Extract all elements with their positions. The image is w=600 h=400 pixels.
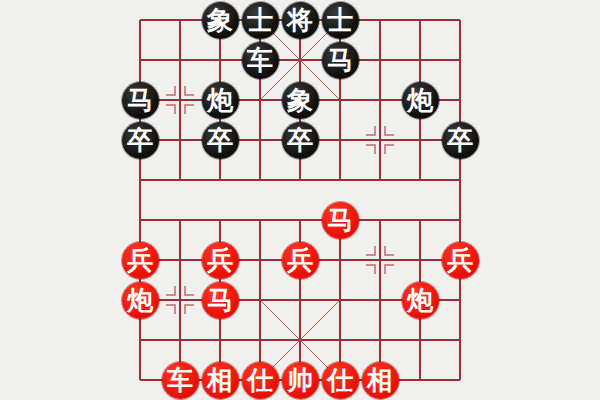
piece-black-cannon[interactable]: 炮 — [202, 82, 239, 119]
xiangqi-board-diagram: 象士将士车马马炮象炮卒卒卒卒马兵兵兵兵炮马炮车相仕帅仕相 — [0, 0, 600, 400]
piece-black-general[interactable]: 将 — [282, 2, 319, 39]
piece-black-advisor[interactable]: 士 — [322, 2, 359, 39]
piece-red-elephant[interactable]: 相 — [362, 362, 399, 399]
piece-red-soldier[interactable]: 兵 — [202, 242, 239, 279]
piece-black-soldier[interactable]: 卒 — [442, 122, 479, 159]
piece-black-soldier[interactable]: 卒 — [202, 122, 239, 159]
piece-black-advisor[interactable]: 士 — [242, 2, 279, 39]
piece-red-elephant[interactable]: 相 — [202, 362, 239, 399]
piece-red-soldier[interactable]: 兵 — [122, 242, 159, 279]
piece-red-advisor[interactable]: 仕 — [322, 362, 359, 399]
piece-black-horse[interactable]: 马 — [122, 82, 159, 119]
piece-red-cannon[interactable]: 炮 — [122, 282, 159, 319]
piece-red-horse[interactable]: 马 — [322, 202, 359, 239]
pieces-layer: 象士将士车马马炮象炮卒卒卒卒马兵兵兵兵炮马炮车相仕帅仕相 — [0, 0, 600, 400]
piece-red-advisor[interactable]: 仕 — [242, 362, 279, 399]
piece-red-soldier[interactable]: 兵 — [282, 242, 319, 279]
piece-black-soldier[interactable]: 卒 — [282, 122, 319, 159]
piece-black-soldier[interactable]: 卒 — [122, 122, 159, 159]
piece-black-cannon[interactable]: 炮 — [402, 82, 439, 119]
piece-red-soldier[interactable]: 兵 — [442, 242, 479, 279]
piece-black-chariot[interactable]: 车 — [242, 42, 279, 79]
piece-red-chariot[interactable]: 车 — [162, 362, 199, 399]
piece-red-cannon[interactable]: 炮 — [402, 282, 439, 319]
piece-black-elephant[interactable]: 象 — [202, 2, 239, 39]
piece-red-general[interactable]: 帅 — [282, 362, 319, 399]
piece-black-elephant[interactable]: 象 — [282, 82, 319, 119]
piece-black-horse[interactable]: 马 — [322, 42, 359, 79]
piece-red-horse[interactable]: 马 — [202, 282, 239, 319]
